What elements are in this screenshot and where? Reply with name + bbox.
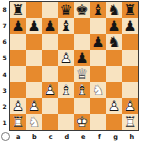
piece-black-rook[interactable]: ♜ bbox=[10, 2, 26, 18]
rank-label-3: 3 bbox=[0, 82, 9, 98]
square-b5[interactable] bbox=[26, 50, 42, 66]
piece-black-pawn[interactable]: ♟ bbox=[90, 34, 106, 50]
square-d6[interactable] bbox=[58, 34, 74, 50]
square-h2[interactable]: ♟♙ bbox=[122, 98, 138, 114]
square-b8[interactable] bbox=[26, 2, 42, 18]
square-e3[interactable]: ♝♗ bbox=[74, 82, 90, 98]
piece-outline: ♙ bbox=[42, 82, 58, 98]
square-h6[interactable] bbox=[122, 34, 138, 50]
piece-black-knight[interactable]: ♞ bbox=[106, 34, 122, 50]
file-label-c: c bbox=[43, 131, 59, 142]
piece-black-king[interactable]: ♚ bbox=[74, 2, 90, 18]
piece-white-rook[interactable]: ♜♖ bbox=[122, 114, 138, 130]
rank-label-7: 7 bbox=[0, 17, 9, 33]
square-c3[interactable]: ♟♙ bbox=[42, 82, 58, 98]
square-b2[interactable]: ♟♙ bbox=[26, 98, 42, 114]
piece-outline: ♙ bbox=[26, 98, 42, 114]
piece-outline: ♙ bbox=[122, 98, 138, 114]
piece-black-pawn[interactable]: ♟ bbox=[10, 18, 26, 34]
square-f4[interactable] bbox=[90, 66, 106, 82]
square-c2[interactable] bbox=[42, 98, 58, 114]
piece-black-pawn[interactable]: ♟ bbox=[106, 18, 122, 34]
square-a4[interactable] bbox=[10, 66, 26, 82]
square-a1[interactable]: ♜♖ bbox=[10, 114, 26, 130]
square-g7[interactable]: ♟ bbox=[106, 18, 122, 34]
square-g1[interactable] bbox=[106, 114, 122, 130]
rank-label-1: 1 bbox=[0, 115, 9, 131]
square-e8[interactable]: ♚ bbox=[74, 2, 90, 18]
file-label-b: b bbox=[26, 131, 42, 142]
piece-white-rook[interactable]: ♜♖ bbox=[10, 114, 26, 130]
file-label-a: a bbox=[10, 131, 26, 142]
square-d3[interactable]: ♝♗ bbox=[58, 82, 74, 98]
file-label-g: g bbox=[108, 131, 124, 142]
file-label-d: d bbox=[59, 131, 75, 142]
piece-white-pawn[interactable]: ♟♙ bbox=[122, 98, 138, 114]
square-b4[interactable] bbox=[26, 66, 42, 82]
square-b1[interactable]: ♞♘ bbox=[26, 114, 42, 130]
file-label-e: e bbox=[75, 131, 91, 142]
piece-black-queen[interactable]: ♛ bbox=[58, 2, 74, 18]
piece-black-pawn[interactable]: ♟ bbox=[42, 18, 58, 34]
square-d1[interactable] bbox=[58, 114, 74, 130]
square-a5[interactable] bbox=[10, 50, 26, 66]
square-g6[interactable]: ♞ bbox=[106, 34, 122, 50]
square-c8[interactable] bbox=[42, 2, 58, 18]
piece-white-bishop[interactable]: ♝♗ bbox=[74, 82, 90, 98]
square-c5[interactable] bbox=[42, 50, 58, 66]
piece-white-pawn[interactable]: ♟♙ bbox=[10, 98, 26, 114]
piece-outline: ♕ bbox=[74, 66, 90, 82]
square-f7[interactable] bbox=[90, 18, 106, 34]
file-label-f: f bbox=[91, 131, 107, 142]
square-b7[interactable]: ♟ bbox=[26, 18, 42, 34]
piece-black-pawn[interactable]: ♟ bbox=[122, 18, 138, 34]
piece-white-queen[interactable]: ♛♕ bbox=[74, 66, 90, 82]
square-c6[interactable] bbox=[42, 34, 58, 50]
rank-label-4: 4 bbox=[0, 66, 9, 82]
piece-outline: ♗ bbox=[74, 82, 90, 98]
piece-black-bishop[interactable]: ♝ bbox=[58, 18, 74, 34]
square-c1[interactable] bbox=[42, 114, 58, 130]
square-a7[interactable]: ♟ bbox=[10, 18, 26, 34]
piece-black-pawn[interactable]: ♟ bbox=[74, 50, 90, 66]
square-e1[interactable]: ♚♔ bbox=[74, 114, 90, 130]
square-f1[interactable] bbox=[90, 114, 106, 130]
piece-white-knight[interactable]: ♞♘ bbox=[90, 82, 106, 98]
piece-outline: ♘ bbox=[26, 114, 42, 130]
piece-black-bishop[interactable]: ♝ bbox=[90, 2, 106, 18]
piece-outline: ♙ bbox=[58, 50, 74, 66]
piece-black-rook[interactable]: ♜ bbox=[122, 2, 138, 18]
square-a3[interactable] bbox=[10, 82, 26, 98]
file-label-h: h bbox=[124, 131, 140, 142]
file-labels: abcdefgh bbox=[10, 131, 140, 142]
square-b6[interactable] bbox=[26, 34, 42, 50]
piece-outline: ♙ bbox=[10, 98, 26, 114]
rank-label-5: 5 bbox=[0, 50, 9, 66]
piece-white-bishop[interactable]: ♝♗ bbox=[58, 82, 74, 98]
square-e6[interactable] bbox=[74, 34, 90, 50]
square-h5[interactable] bbox=[122, 50, 138, 66]
square-e5[interactable]: ♟ bbox=[74, 50, 90, 66]
square-e2[interactable] bbox=[74, 98, 90, 114]
square-f6[interactable]: ♟ bbox=[90, 34, 106, 50]
square-g8[interactable]: ♞ bbox=[106, 2, 122, 18]
chess-diagram: 87654321 ♜♛♚♝♞♜♟♟♟♝♟♟♟♞♟♙♟♛♕♟♙♝♗♝♗♞♘♟♙♟♙… bbox=[0, 0, 142, 142]
square-g3[interactable] bbox=[106, 82, 122, 98]
square-a8[interactable]: ♜ bbox=[10, 2, 26, 18]
square-h8[interactable]: ♜ bbox=[122, 2, 138, 18]
piece-outline: ♖ bbox=[10, 114, 26, 130]
square-e4[interactable]: ♛♕ bbox=[74, 66, 90, 82]
square-c4[interactable] bbox=[42, 66, 58, 82]
square-f8[interactable]: ♝ bbox=[90, 2, 106, 18]
rank-label-6: 6 bbox=[0, 34, 9, 50]
square-d7[interactable]: ♝ bbox=[58, 18, 74, 34]
square-h7[interactable]: ♟ bbox=[122, 18, 138, 34]
piece-white-pawn[interactable]: ♟♙ bbox=[42, 82, 58, 98]
piece-outline: ♘ bbox=[90, 82, 106, 98]
piece-black-pawn[interactable]: ♟ bbox=[26, 18, 42, 34]
square-g4[interactable] bbox=[106, 66, 122, 82]
piece-white-pawn[interactable]: ♟♙ bbox=[58, 50, 74, 66]
piece-outline: ♔ bbox=[74, 114, 90, 130]
square-c7[interactable]: ♟ bbox=[42, 18, 58, 34]
piece-white-pawn[interactable]: ♟♙ bbox=[26, 98, 42, 114]
square-b3[interactable] bbox=[26, 82, 42, 98]
square-f3[interactable]: ♞♘ bbox=[90, 82, 106, 98]
square-f2[interactable] bbox=[90, 98, 106, 114]
piece-outline: ♗ bbox=[58, 82, 74, 98]
piece-black-knight[interactable]: ♞ bbox=[106, 2, 122, 18]
piece-white-pawn[interactable]: ♟♙ bbox=[106, 98, 122, 114]
square-d2[interactable] bbox=[58, 98, 74, 114]
board: ♜♛♚♝♞♜♟♟♟♝♟♟♟♞♟♙♟♛♕♟♙♝♗♝♗♞♘♟♙♟♙♟♙♟♙♜♖♞♘♚… bbox=[9, 1, 139, 131]
piece-white-knight[interactable]: ♞♘ bbox=[26, 114, 42, 130]
square-d5[interactable]: ♟♙ bbox=[58, 50, 74, 66]
piece-outline: ♖ bbox=[122, 114, 138, 130]
square-d8[interactable]: ♛ bbox=[58, 2, 74, 18]
square-h3[interactable] bbox=[122, 82, 138, 98]
square-d4[interactable] bbox=[58, 66, 74, 82]
square-g5[interactable] bbox=[106, 50, 122, 66]
square-g2[interactable]: ♟♙ bbox=[106, 98, 122, 114]
square-h4[interactable] bbox=[122, 66, 138, 82]
square-a6[interactable] bbox=[10, 34, 26, 50]
rank-label-2: 2 bbox=[0, 99, 9, 115]
rank-labels: 87654321 bbox=[0, 1, 9, 131]
piece-white-king[interactable]: ♚♔ bbox=[74, 114, 90, 130]
rank-label-8: 8 bbox=[0, 1, 9, 17]
square-e7[interactable] bbox=[74, 18, 90, 34]
white-to-move-indicator bbox=[1, 132, 10, 141]
square-h1[interactable]: ♜♖ bbox=[122, 114, 138, 130]
piece-outline: ♙ bbox=[106, 98, 122, 114]
square-a2[interactable]: ♟♙ bbox=[10, 98, 26, 114]
square-f5[interactable] bbox=[90, 50, 106, 66]
